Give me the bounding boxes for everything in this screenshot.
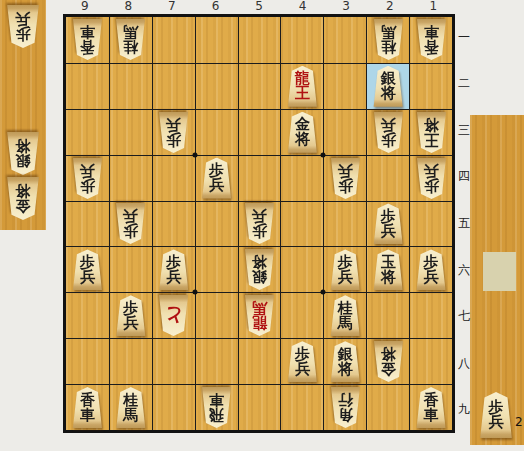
square-8-4[interactable] (109, 155, 152, 201)
piece-kanji: 金 (381, 362, 396, 377)
square-9-6[interactable]: 歩兵 (66, 246, 109, 292)
square-8-2[interactable] (109, 63, 152, 109)
piece-kanji: 車 (209, 393, 224, 408)
square-2-6[interactable]: 玉将 (366, 246, 409, 292)
piece-22[interactable]: 銀将 (372, 66, 405, 107)
square-7-4[interactable] (152, 155, 195, 201)
square-6-5[interactable] (195, 201, 238, 247)
piece-kanji: 兵 (295, 362, 310, 377)
rank-label-1: 一 (457, 14, 471, 61)
square-1-3[interactable]: 王将 (409, 109, 452, 155)
star-point (192, 152, 197, 157)
square-2-9[interactable] (366, 384, 409, 430)
piece-kanji: 歩 (424, 178, 439, 193)
piece-gote-hand-0[interactable]: 歩兵 (5, 5, 41, 48)
piece-69[interactable]: 飛車 (200, 387, 233, 428)
piece-kanji: 将 (381, 270, 396, 285)
piece-kanji: 兵 (381, 224, 396, 239)
piece-kanji: 将 (381, 347, 396, 362)
square-5-4[interactable] (238, 155, 281, 201)
board-grid: 香車桂馬桂馬香車龍王銀将歩兵金将歩兵王将歩兵歩兵歩兵歩兵歩兵歩兵歩兵歩兵歩兵銀将… (66, 17, 452, 430)
piece-94[interactable]: 歩兵 (71, 158, 104, 199)
emptied-hand-slot (483, 252, 516, 291)
piece-kanji: 兵 (80, 270, 95, 285)
rank-label-5: 五 (457, 200, 471, 247)
square-2-7[interactable] (366, 292, 409, 338)
piece-kanji: 桂 (381, 40, 396, 55)
piece-kanji: 兵 (489, 415, 504, 430)
piece-kanji: 将 (424, 117, 439, 132)
piece-99[interactable]: 香車 (71, 387, 104, 428)
square-8-8[interactable] (109, 338, 152, 384)
square-5-7[interactable]: 龍馬 (238, 292, 281, 338)
piece-kanji: 将 (16, 184, 31, 199)
sente-captured-stand: 歩兵2 (470, 115, 524, 445)
piece-kanji: 兵 (166, 117, 181, 132)
shogi-app: 歩兵銀将金将 歩兵2 987654321 一二三四五六七八九 香車桂馬桂馬香車龍… (0, 0, 524, 451)
piece-11[interactable]: 香車 (415, 19, 448, 60)
square-2-3[interactable]: 歩兵 (366, 109, 409, 155)
piece-kanji: 桂 (123, 40, 138, 55)
piece-39[interactable]: 角行 (329, 387, 362, 428)
rank-label-2: 二 (457, 61, 471, 108)
piece-kanji: 馬 (252, 301, 267, 316)
piece-kanji: 兵 (16, 12, 31, 27)
square-3-6[interactable]: 歩兵 (323, 246, 366, 292)
file-label-9: 9 (63, 0, 107, 13)
piece-kanji: 馬 (123, 25, 138, 40)
piece-kanji: 将 (252, 255, 267, 270)
square-3-9[interactable]: 角行 (323, 384, 366, 430)
piece-kanji: 角 (338, 408, 353, 423)
square-8-9[interactable]: 桂馬 (109, 384, 152, 430)
square-4-2[interactable]: 龍王 (280, 63, 323, 109)
square-9-8[interactable] (66, 338, 109, 384)
piece-38[interactable]: 銀将 (329, 341, 362, 382)
file-label-5: 5 (237, 0, 281, 13)
piece-87[interactable]: 歩兵 (114, 295, 147, 336)
square-2-8[interactable]: 金将 (366, 338, 409, 384)
piece-kanji: 車 (424, 408, 439, 423)
piece-56[interactable]: 銀将 (243, 249, 276, 290)
gote-captured-stand: 歩兵銀将金将 (0, 0, 46, 230)
square-9-2[interactable] (66, 63, 109, 109)
square-3-4[interactable]: 歩兵 (323, 155, 366, 201)
square-9-1[interactable]: 香車 (66, 17, 109, 63)
square-7-5[interactable] (152, 201, 195, 247)
piece-85[interactable]: 歩兵 (114, 203, 147, 244)
piece-kanji: 歩 (123, 224, 138, 239)
piece-42[interactable]: 龍王 (286, 66, 319, 107)
star-point (192, 290, 197, 295)
square-5-1[interactable] (238, 17, 281, 63)
piece-16[interactable]: 歩兵 (415, 249, 448, 290)
star-point (321, 290, 326, 295)
square-9-4[interactable]: 歩兵 (66, 155, 109, 201)
rank-label-3: 三 (457, 107, 471, 154)
square-3-5[interactable] (323, 201, 366, 247)
square-1-2[interactable] (409, 63, 452, 109)
piece-kanji: 兵 (209, 178, 224, 193)
piece-kanji: 兵 (424, 163, 439, 178)
square-6-3[interactable] (195, 109, 238, 155)
shogi-board: 香車桂馬桂馬香車龍王銀将歩兵金将歩兵王将歩兵歩兵歩兵歩兵歩兵歩兵歩兵歩兵歩兵銀将… (63, 14, 455, 433)
piece-kanji: 馬 (123, 408, 138, 423)
rank-label-8: 八 (457, 340, 471, 387)
piece-kanji: 車 (424, 25, 439, 40)
piece-kanji: 将 (381, 86, 396, 101)
piece-kanji: 兵 (123, 209, 138, 224)
file-label-7: 7 (150, 0, 194, 13)
piece-kanji: 将 (338, 362, 353, 377)
piece-kanji: 歩 (80, 178, 95, 193)
square-5-6[interactable]: 銀将 (238, 246, 281, 292)
square-8-5[interactable]: 歩兵 (109, 201, 152, 247)
piece-kanji: 歩 (16, 27, 31, 42)
square-6-9[interactable]: 飛車 (195, 384, 238, 430)
rank-label-7: 七 (457, 293, 471, 340)
file-label-1: 1 (412, 0, 456, 13)
file-label-4: 4 (281, 0, 325, 13)
piece-76[interactable]: 歩兵 (157, 249, 190, 290)
piece-kanji: 兵 (381, 117, 396, 132)
square-5-3[interactable] (238, 109, 281, 155)
piece-25[interactable]: 歩兵 (372, 203, 405, 244)
piece-kanji: 兵 (338, 163, 353, 178)
file-label-6: 6 (194, 0, 238, 13)
piece-34[interactable]: 歩兵 (329, 158, 362, 199)
piece-91[interactable]: 香車 (71, 19, 104, 60)
piece-19[interactable]: 香車 (415, 387, 448, 428)
rank-labels: 一二三四五六七八九 (457, 14, 471, 433)
piece-kanji: 将 (295, 132, 310, 147)
square-4-5[interactable] (280, 201, 323, 247)
rank-label-9: 九 (457, 387, 471, 434)
square-1-5[interactable] (409, 201, 452, 247)
piece-55[interactable]: 歩兵 (243, 203, 276, 244)
square-8-3[interactable] (109, 109, 152, 155)
piece-48[interactable]: 歩兵 (286, 341, 319, 382)
piece-sente-hand-0[interactable]: 歩兵 (478, 392, 514, 438)
square-9-5[interactable] (66, 201, 109, 247)
piece-gote-hand-1[interactable]: 銀将 (5, 132, 41, 175)
piece-43[interactable]: 金将 (286, 112, 319, 153)
square-7-3[interactable]: 歩兵 (152, 109, 195, 155)
square-4-4[interactable] (280, 155, 323, 201)
piece-96[interactable]: 歩兵 (71, 249, 104, 290)
piece-kanji: 香 (424, 40, 439, 55)
square-4-7[interactable] (280, 292, 323, 338)
piece-kanji: 歩 (252, 224, 267, 239)
piece-kanji: 王 (424, 132, 439, 147)
square-3-3[interactable] (323, 109, 366, 155)
rank-label-4: 四 (457, 154, 471, 201)
piece-kanji: 兵 (424, 270, 439, 285)
piece-89[interactable]: 桂馬 (114, 387, 147, 428)
piece-kanji: 銀 (252, 270, 267, 285)
piece-21[interactable]: 桂馬 (372, 19, 405, 60)
piece-kanji: と (164, 306, 183, 325)
square-6-7[interactable] (195, 292, 238, 338)
piece-64[interactable]: 歩兵 (200, 158, 233, 199)
piece-kanji: 将 (16, 139, 31, 154)
piece-kanji: 兵 (338, 270, 353, 285)
piece-73[interactable]: 歩兵 (157, 112, 190, 153)
square-4-3[interactable]: 金将 (280, 109, 323, 155)
piece-kanji: 行 (338, 393, 353, 408)
square-7-8[interactable] (152, 338, 195, 384)
square-5-9[interactable] (238, 384, 281, 430)
square-2-4[interactable] (366, 155, 409, 201)
square-2-2[interactable]: 銀将 (366, 63, 409, 109)
square-9-3[interactable] (66, 109, 109, 155)
square-5-5[interactable]: 歩兵 (238, 201, 281, 247)
piece-gote-hand-2[interactable]: 金将 (5, 177, 41, 220)
captured-count: 2 (515, 415, 523, 429)
file-labels: 987654321 (63, 0, 455, 13)
piece-77[interactable]: と (157, 295, 190, 336)
square-4-8[interactable]: 歩兵 (280, 338, 323, 384)
piece-14[interactable]: 歩兵 (415, 158, 448, 199)
square-1-8[interactable] (409, 338, 452, 384)
piece-28[interactable]: 金将 (372, 341, 405, 382)
piece-kanji: 香 (80, 40, 95, 55)
square-8-6[interactable] (109, 246, 152, 292)
piece-kanji: 歩 (381, 132, 396, 147)
square-7-6[interactable]: 歩兵 (152, 246, 195, 292)
file-label-3: 3 (324, 0, 368, 13)
square-3-2[interactable] (323, 63, 366, 109)
piece-kanji: 兵 (252, 209, 267, 224)
piece-kanji: 飛 (209, 408, 224, 423)
square-6-8[interactable] (195, 338, 238, 384)
square-6-4[interactable]: 歩兵 (195, 155, 238, 201)
square-6-2[interactable] (195, 63, 238, 109)
square-7-2[interactable] (152, 63, 195, 109)
square-7-9[interactable] (152, 384, 195, 430)
piece-kanji: 車 (80, 25, 95, 40)
square-8-7[interactable]: 歩兵 (109, 292, 152, 338)
piece-57[interactable]: 龍馬 (243, 295, 276, 336)
piece-23[interactable]: 歩兵 (372, 112, 405, 153)
piece-kanji: 王 (295, 86, 310, 101)
piece-kanji: 馬 (381, 25, 396, 40)
rank-label-6: 六 (457, 247, 471, 294)
square-5-2[interactable] (238, 63, 281, 109)
square-3-1[interactable] (323, 17, 366, 63)
file-label-2: 2 (368, 0, 412, 13)
square-1-9[interactable]: 香車 (409, 384, 452, 430)
square-9-7[interactable] (66, 292, 109, 338)
piece-36[interactable]: 歩兵 (329, 249, 362, 290)
star-point (321, 152, 326, 157)
piece-26[interactable]: 玉将 (372, 249, 405, 290)
piece-37[interactable]: 桂馬 (329, 295, 362, 336)
square-4-1[interactable] (280, 17, 323, 63)
square-7-7[interactable]: と (152, 292, 195, 338)
piece-kanji: 銀 (16, 154, 31, 169)
square-2-1[interactable]: 桂馬 (366, 17, 409, 63)
square-4-9[interactable] (280, 384, 323, 430)
piece-kanji: 兵 (80, 163, 95, 178)
piece-kanji: 車 (80, 408, 95, 423)
square-3-8[interactable]: 銀将 (323, 338, 366, 384)
piece-13[interactable]: 王将 (415, 112, 448, 153)
square-3-7[interactable]: 桂馬 (323, 292, 366, 338)
square-9-9[interactable]: 香車 (66, 384, 109, 430)
piece-kanji: 歩 (338, 178, 353, 193)
square-6-1[interactable] (195, 17, 238, 63)
square-1-7[interactable] (409, 292, 452, 338)
piece-kanji: 馬 (338, 316, 353, 331)
square-1-4[interactable]: 歩兵 (409, 155, 452, 201)
square-2-5[interactable]: 歩兵 (366, 201, 409, 247)
square-1-1[interactable]: 香車 (409, 17, 452, 63)
file-label-8: 8 (107, 0, 151, 13)
square-7-1[interactable] (152, 17, 195, 63)
square-1-6[interactable]: 歩兵 (409, 246, 452, 292)
square-8-1[interactable]: 桂馬 (109, 17, 152, 63)
piece-kanji: 金 (16, 199, 31, 214)
piece-81[interactable]: 桂馬 (114, 19, 147, 60)
square-6-6[interactable] (195, 246, 238, 292)
piece-kanji: 兵 (166, 270, 181, 285)
square-4-6[interactable] (280, 246, 323, 292)
piece-kanji: 歩 (166, 132, 181, 147)
square-5-8[interactable] (238, 338, 281, 384)
piece-kanji: 兵 (123, 316, 138, 331)
piece-kanji: 龍 (252, 316, 267, 331)
